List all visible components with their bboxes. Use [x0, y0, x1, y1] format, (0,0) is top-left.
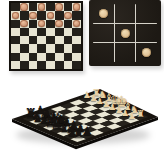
- chess-board-surface: [0, 0, 164, 150]
- product-photo-3in1-game-set: ♜♞♝♛♚♝♞♜♟♟♟♟♟♟♟♟♟♟♟♟♟♟♟♟♜♞♝♛♚♝♞♜: [0, 0, 164, 150]
- chess-board: ♜♞♝♛♚♝♞♜♟♟♟♟♟♟♟♟♟♟♟♟♟♟♟♟♜♞♝♛♚♝♞♜: [0, 0, 164, 150]
